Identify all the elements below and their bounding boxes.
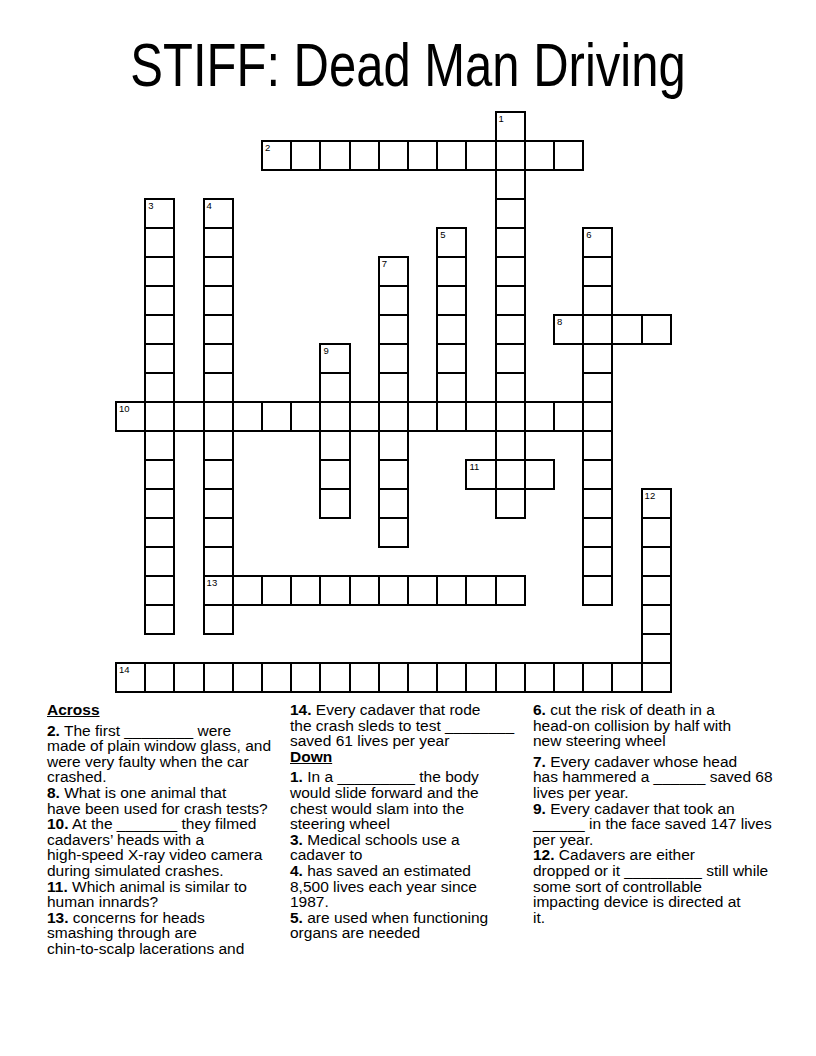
clue-column-3: 6. cut the risk of death in a head-on co… (533, 702, 773, 925)
cell-r3c1[interactable]: 3 (144, 198, 175, 229)
cell-r14c3[interactable] (203, 517, 234, 548)
cell-r6c16[interactable] (582, 285, 613, 316)
cell-r1c8[interactable] (349, 140, 380, 171)
cell-r8c13[interactable] (495, 343, 526, 374)
cell-r4c1[interactable] (144, 227, 175, 258)
cell-r16c11[interactable] (436, 575, 467, 606)
cell-r8c3[interactable] (203, 343, 234, 374)
clue-number-label: 10. (47, 815, 69, 832)
cell-r12c16[interactable] (582, 459, 613, 490)
cell-r17c1[interactable] (144, 604, 175, 635)
clue-number-label: 2. (47, 722, 60, 739)
cell-r7c11[interactable] (436, 314, 467, 345)
cell-r9c13[interactable] (495, 372, 526, 403)
clue-number: 11 (469, 461, 479, 472)
cell-r7c18[interactable] (641, 314, 672, 345)
cell-r7c13[interactable] (495, 314, 526, 345)
cell-r1c10[interactable] (407, 140, 438, 171)
clue-number-label: 6. (533, 701, 546, 718)
clue-number-label: 3. (290, 831, 303, 848)
cell-r19c16[interactable] (582, 662, 613, 693)
cell-r10c7[interactable] (319, 401, 350, 432)
clue-down-9: 9. Every cadaver that took an ______ in … (533, 801, 773, 848)
clue-number: 3 (148, 200, 153, 211)
cell-r7c1[interactable] (144, 314, 175, 345)
cell-r1c12[interactable] (465, 140, 496, 171)
cell-r19c8[interactable] (349, 662, 380, 693)
cell-r1c11[interactable] (436, 140, 467, 171)
cell-r5c16[interactable] (582, 256, 613, 287)
cell-r10c11[interactable] (436, 401, 467, 432)
cell-r5c1[interactable] (144, 256, 175, 287)
cell-r15c3[interactable] (203, 546, 234, 577)
cell-r4c16[interactable]: 6 (582, 227, 613, 258)
cell-r11c13[interactable] (495, 430, 526, 461)
cell-r17c3[interactable] (203, 604, 234, 635)
clue-down-5: 5. are used when functioning organs are … (290, 910, 514, 941)
cell-r8c16[interactable] (582, 343, 613, 374)
cell-r14c1[interactable] (144, 517, 175, 548)
cell-r19c6[interactable] (290, 662, 321, 693)
cell-r14c9[interactable] (378, 517, 409, 548)
cell-r16c9[interactable] (378, 575, 409, 606)
down-heading: Down (290, 749, 514, 765)
cell-r13c3[interactable] (203, 488, 234, 519)
cell-r13c9[interactable] (378, 488, 409, 519)
clue-number-label: 4. (290, 862, 303, 879)
cell-r12c3[interactable] (203, 459, 234, 490)
cell-r19c14[interactable] (524, 662, 555, 693)
clue-number: 5 (440, 229, 445, 240)
cell-r16c1[interactable] (144, 575, 175, 606)
cell-r10c3[interactable] (203, 401, 234, 432)
cell-r4c13[interactable] (495, 227, 526, 258)
cell-r8c9[interactable] (378, 343, 409, 374)
cell-r10c16[interactable] (582, 401, 613, 432)
clue-down-7: 7. Every cadaver whose head has hammered… (533, 754, 773, 801)
clue-number-label: 1. (290, 768, 303, 785)
cell-r1c15[interactable] (553, 140, 584, 171)
puzzle-title: STIFF: Dead Man Driving (86, 34, 731, 96)
cell-r1c7[interactable] (319, 140, 350, 171)
cell-r9c16[interactable] (582, 372, 613, 403)
crossword-grid: 1234567891011121314 (115, 111, 673, 695)
cell-r10c14[interactable] (524, 401, 555, 432)
clue-number-label: 8. (47, 784, 60, 801)
cell-r0c13[interactable]: 1 (495, 111, 526, 142)
cell-r1c6[interactable] (290, 140, 321, 171)
cell-r11c7[interactable] (319, 430, 350, 461)
cell-r3c3[interactable]: 4 (203, 198, 234, 229)
cell-r13c13[interactable] (495, 488, 526, 519)
cell-r14c18[interactable] (641, 517, 672, 548)
cell-r19c3[interactable] (203, 662, 234, 693)
cell-r5c9[interactable]: 7 (378, 256, 409, 287)
cell-r13c18[interactable]: 12 (641, 488, 672, 519)
clue-number: 4 (207, 200, 212, 211)
clue-across-10: 10. At the _______ they filmed cadavers’… (47, 816, 271, 878)
cell-r5c3[interactable] (203, 256, 234, 287)
cell-r4c3[interactable] (203, 227, 234, 258)
cell-r15c1[interactable] (144, 546, 175, 577)
cell-r16c10[interactable] (407, 575, 438, 606)
cell-r6c11[interactable] (436, 285, 467, 316)
cell-r5c11[interactable] (436, 256, 467, 287)
cell-r9c3[interactable] (203, 372, 234, 403)
clue-column-1: Across2. The first ________ were made of… (47, 702, 271, 957)
cell-r10c9[interactable] (378, 401, 409, 432)
cell-r13c1[interactable] (144, 488, 175, 519)
clue-number-label: 11. (47, 878, 68, 895)
clue-down-1: 1. In a _________ the body would slide f… (290, 769, 514, 831)
cell-r3c13[interactable] (495, 198, 526, 229)
cell-r16c7[interactable] (319, 575, 350, 606)
cell-r10c10[interactable] (407, 401, 438, 432)
clue-down-12: 12. Cadavers are either dropped or it __… (533, 847, 773, 925)
clue-down-6: 6. cut the risk of death in a head-on co… (533, 702, 773, 749)
cell-r6c3[interactable] (203, 285, 234, 316)
cell-r6c13[interactable] (495, 285, 526, 316)
cell-r10c12[interactable] (465, 401, 496, 432)
clue-number-label: 5. (290, 909, 303, 926)
cell-r19c0[interactable]: 14 (115, 662, 146, 693)
cell-r16c5[interactable] (261, 575, 292, 606)
cell-r16c3[interactable]: 13 (203, 575, 234, 606)
clue-number: 12 (645, 490, 656, 501)
cell-r19c4[interactable] (232, 662, 263, 693)
cell-r11c1[interactable] (144, 430, 175, 461)
cell-r7c16[interactable] (582, 314, 613, 345)
cell-r5c13[interactable] (495, 256, 526, 287)
clue-number-label: 14. (290, 701, 312, 718)
cell-r1c5[interactable]: 2 (261, 140, 292, 171)
clue-number: 13 (207, 577, 218, 588)
cell-r12c12[interactable]: 11 (465, 459, 496, 490)
cell-r19c12[interactable] (465, 662, 496, 693)
cell-r6c1[interactable] (144, 285, 175, 316)
clue-number: 10 (119, 403, 130, 414)
clue-column-2: 14. Every cadaver that rode the crash sl… (290, 702, 514, 941)
cell-r19c1[interactable] (144, 662, 175, 693)
cell-r12c1[interactable] (144, 459, 175, 490)
cell-r15c16[interactable] (582, 546, 613, 577)
clue-number: 1 (499, 113, 504, 124)
cell-r16c13[interactable] (495, 575, 526, 606)
cell-r19c17[interactable] (611, 662, 642, 693)
clue-number: 14 (119, 664, 130, 675)
cell-r16c12[interactable] (465, 575, 496, 606)
cell-r9c7[interactable] (319, 372, 350, 403)
clue-number-label: 12. (533, 846, 555, 863)
clue-number-label: 9. (533, 800, 546, 817)
across-heading: Across (47, 702, 271, 718)
cell-r19c11[interactable] (436, 662, 467, 693)
cell-r19c7[interactable] (319, 662, 350, 693)
clue-number: 9 (323, 345, 328, 356)
cell-r10c6[interactable] (290, 401, 321, 432)
clue-down-4: 4. has saved an estimated 8,500 lives ea… (290, 863, 514, 910)
clue-number-label: 13. (47, 909, 69, 926)
cell-r14c16[interactable] (582, 517, 613, 548)
cell-r15c18[interactable] (641, 546, 672, 577)
cell-r1c13[interactable] (495, 140, 526, 171)
clue-number: 2 (265, 142, 270, 153)
cell-r11c9[interactable] (378, 430, 409, 461)
cell-r10c8[interactable] (349, 401, 380, 432)
clue-across-14: 14. Every cadaver that rode the crash sl… (290, 702, 514, 749)
cell-r2c13[interactable] (495, 169, 526, 200)
clue-number: 8 (557, 316, 562, 327)
cell-r19c5[interactable] (261, 662, 292, 693)
cell-r7c3[interactable] (203, 314, 234, 345)
cell-r12c13[interactable] (495, 459, 526, 490)
cell-r18c18[interactable] (641, 633, 672, 664)
cell-r7c9[interactable] (378, 314, 409, 345)
cell-r10c13[interactable] (495, 401, 526, 432)
cell-r8c11[interactable] (436, 343, 467, 374)
clue-number-label: 7. (533, 753, 546, 770)
cell-r16c8[interactable] (349, 575, 380, 606)
clue-across-13: 13. concerns for heads smashing through … (47, 910, 271, 957)
cell-r19c9[interactable] (378, 662, 409, 693)
cell-r19c10[interactable] (407, 662, 438, 693)
cell-r10c4[interactable] (232, 401, 263, 432)
cell-r9c9[interactable] (378, 372, 409, 403)
cell-r11c16[interactable] (582, 430, 613, 461)
clue-across-2: 2. The first ________ were made of plain… (47, 723, 271, 785)
cell-r10c1[interactable] (144, 401, 175, 432)
cell-r16c18[interactable] (641, 575, 672, 606)
cell-r16c6[interactable] (290, 575, 321, 606)
clue-across-8: 8. What is one animal that have been use… (47, 785, 271, 816)
cell-r10c0[interactable]: 10 (115, 401, 146, 432)
cell-r10c2[interactable] (173, 401, 204, 432)
cell-r16c16[interactable] (582, 575, 613, 606)
cell-r8c1[interactable] (144, 343, 175, 374)
clue-number: 7 (382, 258, 387, 269)
cell-r13c7[interactable] (319, 488, 350, 519)
cell-r9c11[interactable] (436, 372, 467, 403)
cell-r19c18[interactable] (641, 662, 672, 693)
cell-r19c13[interactable] (495, 662, 526, 693)
cell-r11c3[interactable] (203, 430, 234, 461)
cell-r10c15[interactable] (553, 401, 584, 432)
clue-number: 6 (586, 229, 591, 240)
cell-r7c17[interactable] (611, 314, 642, 345)
cell-r17c18[interactable] (641, 604, 672, 635)
cell-r12c9[interactable] (378, 459, 409, 490)
cell-r4c11[interactable]: 5 (436, 227, 467, 258)
cell-r12c7[interactable] (319, 459, 350, 490)
cell-r19c15[interactable] (553, 662, 584, 693)
cell-r12c14[interactable] (524, 459, 555, 490)
cell-r8c7[interactable]: 9 (319, 343, 350, 374)
clue-down-3: 3. Medical schools use a cadaver to (290, 832, 514, 863)
cell-r16c4[interactable] (232, 575, 263, 606)
cell-r10c5[interactable] (261, 401, 292, 432)
cell-r9c1[interactable] (144, 372, 175, 403)
cell-r19c2[interactable] (173, 662, 204, 693)
cell-r13c16[interactable] (582, 488, 613, 519)
cell-r7c15[interactable]: 8 (553, 314, 584, 345)
cell-r6c9[interactable] (378, 285, 409, 316)
cell-r1c14[interactable] (524, 140, 555, 171)
clue-across-11: 11. Which animal is similar to human inn… (47, 879, 271, 910)
cell-r1c9[interactable] (378, 140, 409, 171)
